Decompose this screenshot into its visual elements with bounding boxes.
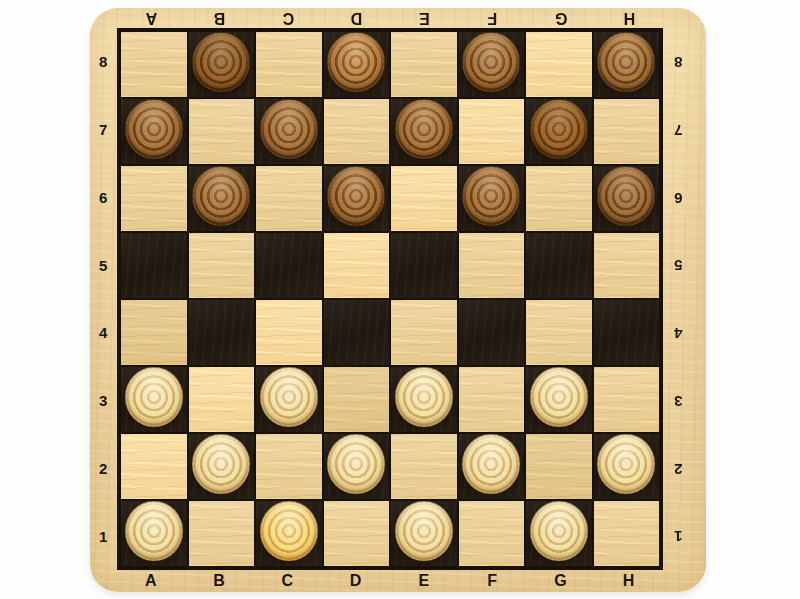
rank-label-left-3: 3 <box>90 367 117 435</box>
square-f3[interactable] <box>459 367 525 432</box>
square-f2[interactable] <box>459 434 525 499</box>
rank-label-right-8: 8 <box>663 28 693 96</box>
square-f7[interactable] <box>459 99 525 164</box>
dark-checker-d8[interactable] <box>327 32 385 92</box>
rank-label-right-6: 6 <box>663 164 693 232</box>
dark-checker-f6[interactable] <box>462 166 520 226</box>
square-c1[interactable] <box>256 501 322 566</box>
square-h4[interactable] <box>594 300 660 365</box>
rank-labels-left: 87654321 <box>90 28 117 570</box>
rank-label-left-5: 5 <box>90 231 117 299</box>
rank-label-left-4: 4 <box>90 299 117 367</box>
light-checker-g1[interactable] <box>530 501 588 561</box>
light-checker-a1[interactable] <box>125 501 183 561</box>
square-h6[interactable] <box>594 166 660 231</box>
file-label-bottom-f: F <box>458 570 526 592</box>
square-d8[interactable] <box>324 32 390 97</box>
square-e8[interactable] <box>391 32 457 97</box>
rank-label-right-3: 3 <box>663 367 693 435</box>
square-b4[interactable] <box>189 300 255 365</box>
square-c4[interactable] <box>256 300 322 365</box>
square-a5[interactable] <box>121 233 187 298</box>
square-e7[interactable] <box>391 99 457 164</box>
square-d5[interactable] <box>324 233 390 298</box>
square-d4[interactable] <box>324 300 390 365</box>
rank-label-right-5: 5 <box>663 231 693 299</box>
square-h3[interactable] <box>594 367 660 432</box>
dark-checker-g7[interactable] <box>530 99 588 159</box>
file-label-top-d: D <box>322 8 390 28</box>
file-labels-top: ABCDEFGH <box>117 8 663 28</box>
square-a8[interactable] <box>121 32 187 97</box>
square-h8[interactable] <box>594 32 660 97</box>
dark-checker-b6[interactable] <box>192 166 250 226</box>
square-d1[interactable] <box>324 501 390 566</box>
rank-label-left-8: 8 <box>90 28 117 96</box>
rank-label-right-2: 2 <box>663 435 693 503</box>
dark-checker-c7[interactable] <box>260 99 318 159</box>
file-label-top-g: G <box>527 8 595 28</box>
square-g3[interactable] <box>526 367 592 432</box>
square-g8[interactable] <box>526 32 592 97</box>
file-label-bottom-a: A <box>117 570 185 592</box>
rank-label-left-7: 7 <box>90 96 117 164</box>
light-checker-c3[interactable] <box>260 367 318 427</box>
square-a2[interactable] <box>121 434 187 499</box>
square-f5[interactable] <box>459 233 525 298</box>
square-b3[interactable] <box>189 367 255 432</box>
square-a7[interactable] <box>121 99 187 164</box>
file-label-top-e: E <box>390 8 458 28</box>
square-h2[interactable] <box>594 434 660 499</box>
file-label-top-c: C <box>254 8 322 28</box>
light-checker-h2[interactable] <box>597 434 655 494</box>
square-g4[interactable] <box>526 300 592 365</box>
file-label-bottom-e: E <box>390 570 458 592</box>
square-c5[interactable] <box>256 233 322 298</box>
square-b6[interactable] <box>189 166 255 231</box>
rank-label-right-1: 1 <box>663 502 693 570</box>
square-e4[interactable] <box>391 300 457 365</box>
file-label-top-a: A <box>117 8 185 28</box>
square-g6[interactable] <box>526 166 592 231</box>
square-h1[interactable] <box>594 501 660 566</box>
rank-labels-right: 87654321 <box>663 28 693 570</box>
file-label-bottom-d: D <box>322 570 390 592</box>
file-label-bottom-h: H <box>595 570 663 592</box>
file-label-top-h: H <box>595 8 663 28</box>
light-checker-e1[interactable] <box>395 501 453 561</box>
light-checker-f2[interactable] <box>462 434 520 494</box>
rank-label-right-7: 7 <box>663 96 693 164</box>
light-checker-g3[interactable] <box>530 367 588 427</box>
dark-checker-f8[interactable] <box>462 32 520 92</box>
square-e2[interactable] <box>391 434 457 499</box>
square-b8[interactable] <box>189 32 255 97</box>
square-b2[interactable] <box>189 434 255 499</box>
square-f6[interactable] <box>459 166 525 231</box>
file-label-bottom-b: B <box>185 570 253 592</box>
dark-checker-h8[interactable] <box>597 32 655 92</box>
square-b7[interactable] <box>189 99 255 164</box>
square-c6[interactable] <box>256 166 322 231</box>
file-labels-bottom: ABCDEFGH <box>117 570 663 592</box>
light-checker-b2[interactable] <box>192 434 250 494</box>
square-f8[interactable] <box>459 32 525 97</box>
square-g2[interactable] <box>526 434 592 499</box>
square-a6[interactable] <box>121 166 187 231</box>
photo-background: ABCDEFGH 87654321 87654321 ABCDEFGH <box>0 0 800 599</box>
file-label-top-f: F <box>458 8 526 28</box>
square-c3[interactable] <box>256 367 322 432</box>
rank-label-left-1: 1 <box>90 502 117 570</box>
square-b5[interactable] <box>189 233 255 298</box>
dark-checker-d6[interactable] <box>327 166 385 226</box>
square-h7[interactable] <box>594 99 660 164</box>
square-g7[interactable] <box>526 99 592 164</box>
square-a3[interactable] <box>121 367 187 432</box>
dark-checker-a7[interactable] <box>125 99 183 159</box>
square-e5[interactable] <box>391 233 457 298</box>
square-b1[interactable] <box>189 501 255 566</box>
square-g5[interactable] <box>526 233 592 298</box>
square-d3[interactable] <box>324 367 390 432</box>
light-checker-e3[interactable] <box>395 367 453 427</box>
rank-label-left-2: 2 <box>90 435 117 503</box>
file-label-top-b: B <box>185 8 253 28</box>
square-e6[interactable] <box>391 166 457 231</box>
dark-checker-h6[interactable] <box>597 166 655 226</box>
square-d6[interactable] <box>324 166 390 231</box>
square-a1[interactable] <box>121 501 187 566</box>
file-label-bottom-g: G <box>527 570 595 592</box>
square-e3[interactable] <box>391 367 457 432</box>
square-g1[interactable] <box>526 501 592 566</box>
file-label-bottom-c: C <box>254 570 322 592</box>
square-c8[interactable] <box>256 32 322 97</box>
light-checker-d2[interactable] <box>327 434 385 494</box>
dark-checker-e7[interactable] <box>395 99 453 159</box>
dark-checker-b8[interactable] <box>192 32 250 92</box>
square-f4[interactable] <box>459 300 525 365</box>
square-c7[interactable] <box>256 99 322 164</box>
square-d2[interactable] <box>324 434 390 499</box>
square-h5[interactable] <box>594 233 660 298</box>
square-f1[interactable] <box>459 501 525 566</box>
square-c2[interactable] <box>256 434 322 499</box>
light-checker-a3[interactable] <box>125 367 183 427</box>
rank-label-right-4: 4 <box>663 299 693 367</box>
checkers-board: ABCDEFGH 87654321 87654321 ABCDEFGH <box>90 8 706 592</box>
square-a4[interactable] <box>121 300 187 365</box>
square-e1[interactable] <box>391 501 457 566</box>
board-grid <box>117 28 663 570</box>
square-d7[interactable] <box>324 99 390 164</box>
rank-label-left-6: 6 <box>90 164 117 232</box>
light-checker-c1[interactable] <box>260 501 318 561</box>
